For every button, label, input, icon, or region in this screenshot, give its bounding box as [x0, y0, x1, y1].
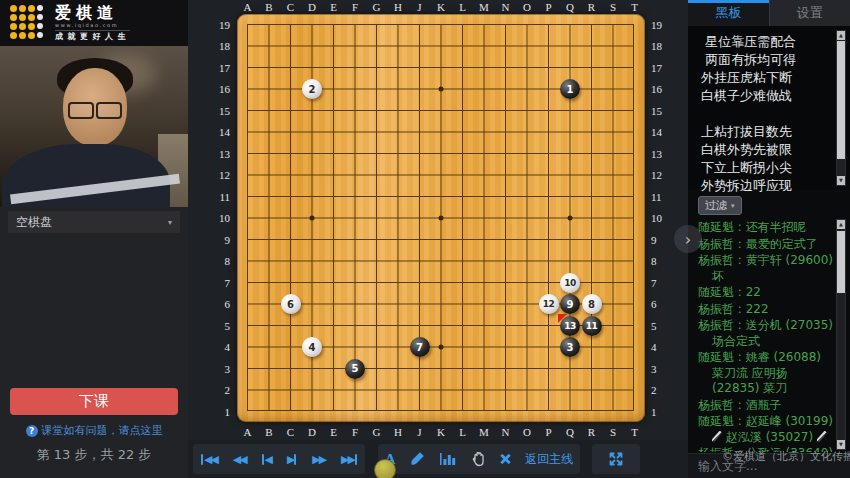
row-label-left: 11 — [204, 191, 230, 203]
video-person-glasses — [68, 102, 94, 119]
logo-dot — [28, 23, 35, 30]
column-label-top: F — [347, 1, 363, 13]
row-label-left: 13 — [204, 148, 230, 160]
jump-to-end-button[interactable]: ▶▶ — [341, 453, 357, 466]
row-label-left: 9 — [204, 234, 230, 246]
step-back-button[interactable]: ◀ — [262, 453, 271, 466]
playback-toolbar: ◀◀ ◀◀ ◀ ▶ ▶▶ ▶▶ A 返回主线 — [188, 440, 688, 478]
column-label-top: A — [240, 1, 256, 13]
row-label-left: 12 — [204, 169, 230, 181]
chat-message: 杨振哲 : 222 — [698, 302, 834, 318]
star-point — [310, 216, 315, 221]
row-label-right: 5 — [651, 320, 677, 332]
column-label-top: E — [326, 1, 342, 13]
blackboard-line: 白棋外势先被限 — [701, 141, 830, 159]
column-label-top: G — [369, 1, 385, 13]
stone-black-F3: 5 — [345, 359, 365, 379]
row-label-right: 15 — [651, 105, 677, 117]
chat-message: 随延魁 : 还有半招呢 — [698, 220, 834, 236]
row-label-left: 3 — [204, 363, 230, 375]
column-label-top: B — [261, 1, 277, 13]
stone-number: 8 — [588, 299, 595, 310]
caret-down-icon: ▾ — [168, 218, 172, 227]
logo-dot — [19, 32, 26, 39]
chat-message: 杨振哲 : 黄宇轩 (29600) 坏 — [698, 253, 834, 284]
row-label-right: 6 — [651, 298, 677, 310]
row-label-right: 2 — [651, 384, 677, 396]
board-stage: 12345678910111213 ◀◀ ◀◀ ◀ ▶ ▶▶ ▶▶ A 返回主线 — [188, 0, 688, 478]
column-label-top: C — [283, 1, 299, 13]
logo-dots-icon — [10, 5, 46, 41]
pan-hand-button[interactable] — [471, 451, 486, 467]
stone-number: 6 — [287, 299, 294, 310]
row-label-left: 17 — [204, 62, 230, 74]
stone-white-R6: 8 — [582, 294, 602, 314]
delete-tool-button[interactable] — [499, 453, 511, 465]
column-label-top: H — [390, 1, 406, 13]
go-board[interactable]: 12345678910111213 — [237, 14, 645, 422]
column-label-bottom: R — [584, 426, 600, 438]
jump-to-start-button[interactable]: ◀◀ — [201, 453, 217, 466]
sidebar-collapse-handle[interactable]: › — [674, 225, 702, 253]
logo-dot — [28, 32, 35, 39]
column-label-top: T — [627, 1, 643, 13]
stone-number: 5 — [352, 363, 359, 374]
logo-dot — [28, 14, 35, 21]
logo-dot — [10, 14, 17, 21]
row-label-right: 3 — [651, 363, 677, 375]
stone-number: 7 — [416, 342, 423, 353]
row-label-left: 14 — [204, 126, 230, 138]
row-label-left: 16 — [204, 83, 230, 95]
row-label-right: 10 — [651, 212, 677, 224]
column-label-bottom: Q — [562, 426, 578, 438]
row-label-left: 15 — [204, 105, 230, 117]
board-grid[interactable]: 12345678910111213 — [247, 24, 634, 411]
column-label-top: K — [433, 1, 449, 13]
star-point — [439, 345, 444, 350]
blackboard-scrollbar[interactable]: ▲ ▼ — [836, 30, 846, 186]
logo-dot — [37, 32, 43, 38]
logo-dot — [10, 23, 17, 30]
row-label-left: 6 — [204, 298, 230, 310]
stone-number: 3 — [567, 342, 574, 353]
logo-dot — [37, 14, 43, 20]
column-label-top: D — [304, 1, 320, 13]
column-label-top: P — [541, 1, 557, 13]
board-select-dropdown[interactable]: 空棋盘 ▾ — [8, 211, 180, 233]
chat-message: 随延魁 : 姚睿 (26088) 菜刀流 应明扬 (22835) 菜刀 — [698, 350, 834, 397]
tab-settings[interactable]: 设置 — [769, 0, 850, 26]
logo-dot — [10, 5, 17, 12]
brand-slogan: 成就更好人生 — [55, 30, 130, 42]
step-status: 第 13 步，共 22 步 — [0, 446, 188, 464]
blackboard-line: 外势拆边呼应现 — [701, 177, 830, 195]
row-label-left: 1 — [204, 406, 230, 418]
knife-icon — [817, 431, 827, 442]
scroll-down-icon[interactable]: ▼ — [837, 440, 845, 449]
blackboard-line — [701, 105, 830, 123]
row-label-right: 4 — [651, 341, 677, 353]
row-label-left: 5 — [204, 320, 230, 332]
column-label-bottom: D — [304, 426, 320, 438]
column-label-bottom: T — [627, 426, 643, 438]
brand-logo: 爱棋道 www.iqidao.com 成就更好人生 — [0, 0, 188, 46]
row-label-right: 8 — [651, 255, 677, 267]
row-label-right: 7 — [651, 277, 677, 289]
column-label-bottom: H — [390, 426, 406, 438]
scroll-up-icon[interactable]: ▲ — [837, 220, 845, 229]
chat-message: 随延魁 : 22 — [698, 285, 834, 301]
end-class-button[interactable]: 下课 — [10, 388, 178, 415]
column-label-bottom: P — [541, 426, 557, 438]
stone-white-D16: 2 — [302, 79, 322, 99]
stone-black-Q5: 13 — [560, 316, 580, 336]
chat-panel: 随延魁 : 还有半招呢杨振哲 : 最爱的定式了杨振哲 : 黄宇轩 (29600)… — [688, 216, 850, 452]
logo-dot — [19, 14, 26, 21]
help-link[interactable]: ? 课堂如有问题，请点这里 — [0, 423, 188, 438]
column-label-top: M — [476, 1, 492, 13]
logo-dot — [19, 23, 26, 30]
knife-icon — [712, 431, 722, 442]
back-to-mainline-button[interactable]: 返回主线 — [525, 451, 573, 468]
logo-dot — [19, 5, 26, 12]
star-point — [568, 216, 573, 221]
brand-url: www.iqidao.com — [55, 23, 130, 29]
brush-tool-button[interactable] — [409, 451, 425, 467]
column-label-bottom: C — [283, 426, 299, 438]
blackboard-line: 白棋子少难做战 — [701, 87, 830, 105]
row-label-right: 18 — [651, 40, 677, 52]
row-label-left: 10 — [204, 212, 230, 224]
row-label-left: 8 — [204, 255, 230, 267]
video-person-face — [63, 68, 127, 146]
column-label-bottom: J — [412, 426, 428, 438]
close-x-icon — [499, 453, 511, 465]
column-label-bottom: M — [476, 426, 492, 438]
stone-black-Q4: 3 — [560, 337, 580, 357]
scroll-up-icon[interactable]: ▲ — [837, 31, 845, 40]
caret-down-icon: ▾ — [731, 202, 735, 210]
column-label-top: J — [412, 1, 428, 13]
column-label-top: O — [519, 1, 535, 13]
row-label-left: 4 — [204, 341, 230, 353]
stone-white-C6: 6 — [281, 294, 301, 314]
stone-black-R5: 11 — [582, 316, 602, 336]
stone-white-Q7: 10 — [560, 273, 580, 293]
column-label-top: L — [455, 1, 471, 13]
stone-white-D4: 4 — [302, 337, 322, 357]
logo-dot — [28, 5, 35, 12]
blackboard-line: 星位靠压需配合 — [701, 33, 830, 51]
filter-button[interactable]: 过滤 ▾ — [698, 196, 742, 215]
row-label-right: 16 — [651, 83, 677, 95]
column-label-bottom: A — [240, 426, 256, 438]
last-move-marker — [558, 314, 567, 323]
row-label-right: 12 — [651, 169, 677, 181]
row-label-left: 18 — [204, 40, 230, 52]
stone-number: 2 — [309, 84, 316, 95]
stone-number: 1 — [567, 84, 574, 95]
tab-blackboard[interactable]: 黑板 — [688, 0, 769, 26]
blackboard-line: 下立上断拐小尖 — [701, 159, 830, 177]
chat-scrollbar[interactable]: ▲ ▼ — [836, 219, 846, 450]
row-label-right: 1 — [651, 406, 677, 418]
row-label-right: 14 — [651, 126, 677, 138]
stone-number: 11 — [586, 321, 598, 331]
star-point — [439, 216, 444, 221]
column-label-top: Q — [562, 1, 578, 13]
left-sidebar: 爱棋道 www.iqidao.com 成就更好人生 空棋盘 ▾ 下课 ? 课堂如… — [0, 0, 188, 478]
fast-forward-button[interactable]: ▶▶ — [312, 453, 325, 466]
stone-black-Q6: 9 — [560, 294, 580, 314]
stone-number: 12 — [543, 299, 555, 309]
expand-arrows-icon — [608, 451, 624, 467]
right-sidebar: 黑板 设置 星位靠压需配合 两面有拆均可得外挂压虎粘下断白棋子少难做战 上粘打拔… — [688, 0, 850, 478]
row-label-left: 2 — [204, 384, 230, 396]
scroll-down-icon[interactable]: ▼ — [837, 176, 845, 185]
column-label-bottom: E — [326, 426, 342, 438]
stone-number: 10 — [564, 278, 576, 288]
blackboard-panel: 星位靠压需配合 两面有拆均可得外挂压虎粘下断白棋子少难做战 上粘打拔目数先白棋外… — [688, 26, 850, 190]
copyright-watermark: ©爱棋道（北京）文化传播有限公司 — [722, 449, 850, 464]
row-label-right: 17 — [651, 62, 677, 74]
stone-number: 9 — [567, 299, 574, 310]
column-label-bottom: G — [369, 426, 385, 438]
blackboard-line: 上粘打拔目数先 — [701, 123, 830, 141]
fullscreen-button[interactable] — [608, 451, 624, 467]
question-icon: ? — [26, 425, 38, 437]
chevron-right-icon: › — [685, 230, 691, 249]
blackboard-line: 两面有拆均可得 — [701, 51, 830, 69]
chat-message: 杨振哲 : 送分机 (27035) 场合定式 — [698, 318, 834, 349]
column-label-bottom: N — [498, 426, 514, 438]
chat-message: 随延魁 : 赵延峰 (30199) 赵泓溪 (35027) — [698, 414, 834, 445]
chart-icon — [439, 452, 457, 466]
star-point — [439, 87, 444, 92]
brush-icon — [409, 451, 425, 467]
brand-name: 爱棋道 — [55, 4, 130, 22]
row-label-right: 11 — [651, 191, 677, 203]
column-label-top: N — [498, 1, 514, 13]
column-label-bottom: S — [605, 426, 621, 438]
chat-message: 杨振哲 : 酒瓶子 — [698, 398, 834, 414]
logo-dot — [37, 5, 43, 11]
stone-white-P6: 12 — [539, 294, 559, 314]
column-label-bottom: O — [519, 426, 535, 438]
chat-message: 杨振哲 : 最爱的定式了 — [698, 237, 834, 253]
stone-black-J4: 7 — [410, 337, 430, 357]
logo-dot — [37, 23, 43, 29]
stone-black-Q16: 1 — [560, 79, 580, 99]
column-label-bottom: L — [455, 426, 471, 438]
row-label-left: 7 — [204, 277, 230, 289]
help-text: 课堂如有问题，请点这里 — [42, 423, 163, 438]
column-label-bottom: B — [261, 426, 277, 438]
board-select-value: 空棋盘 — [16, 214, 52, 231]
right-tabs: 黑板 设置 — [688, 0, 850, 26]
column-label-top: S — [605, 1, 621, 13]
fast-backward-button[interactable]: ◀◀ — [233, 453, 246, 466]
pointer-cursor-dot — [374, 459, 396, 478]
stone-number: 4 — [309, 342, 316, 353]
row-label-right: 19 — [651, 19, 677, 31]
row-label-left: 19 — [204, 19, 230, 31]
hand-icon — [471, 451, 486, 467]
column-label-bottom: K — [433, 426, 449, 438]
blackboard-line: 外挂压虎粘下断 — [701, 69, 830, 87]
teacher-video — [0, 46, 188, 207]
column-label-top: R — [584, 1, 600, 13]
step-forward-button[interactable]: ▶ — [287, 453, 296, 466]
chart-tool-button[interactable] — [439, 452, 457, 466]
video-person-glasses — [96, 102, 122, 119]
logo-dot — [10, 32, 17, 39]
column-label-bottom: F — [347, 426, 363, 438]
row-label-right: 13 — [651, 148, 677, 160]
